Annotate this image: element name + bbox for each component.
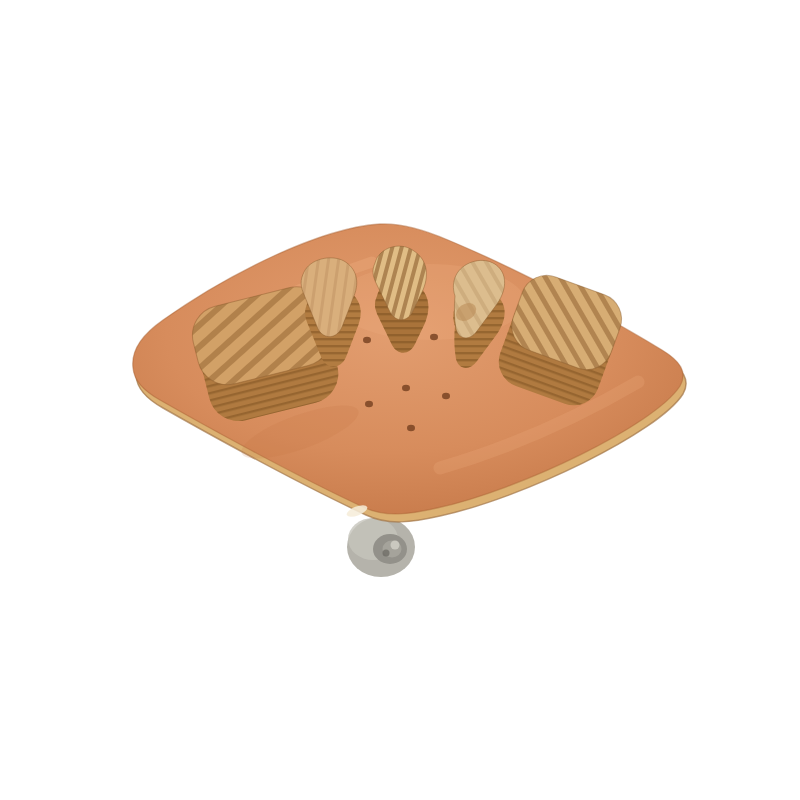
peg-hole (402, 385, 410, 391)
axle-bolt-shadow (383, 550, 390, 557)
product-photo-canvas (0, 0, 800, 800)
peg-hole (430, 334, 438, 340)
peg-hole (442, 393, 450, 399)
caster-wheel (347, 517, 415, 577)
peg-hole (407, 425, 415, 431)
peg-hole (363, 337, 371, 343)
peg-hole (365, 401, 373, 407)
axle-bolt (391, 541, 400, 550)
product-photo (0, 0, 800, 800)
